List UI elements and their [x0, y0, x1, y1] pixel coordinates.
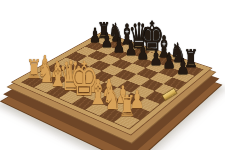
photo-canvas: ♜♞♝♛♚♝♞♜♟♟♟♟♟♟♟♟♟♟♟♟♟♟♟♟♜♞♝♛♚♝♞♜ — [0, 0, 225, 150]
